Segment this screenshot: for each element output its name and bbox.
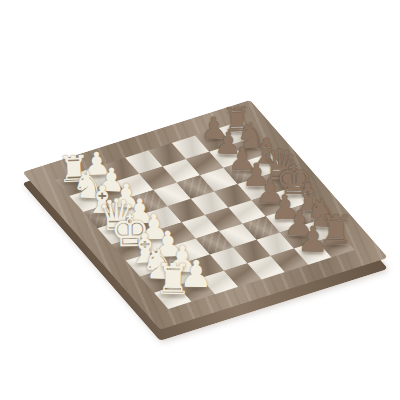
chess-board (22, 100, 388, 330)
board-grid (55, 121, 355, 309)
chess-set-photo: ♜♞♝♛♚♝♞♜♟♟♟♟♟♟♟♟♟♟♟♟♟♟♟♟♜♞♝♛♚♝♞♜ (0, 0, 400, 400)
